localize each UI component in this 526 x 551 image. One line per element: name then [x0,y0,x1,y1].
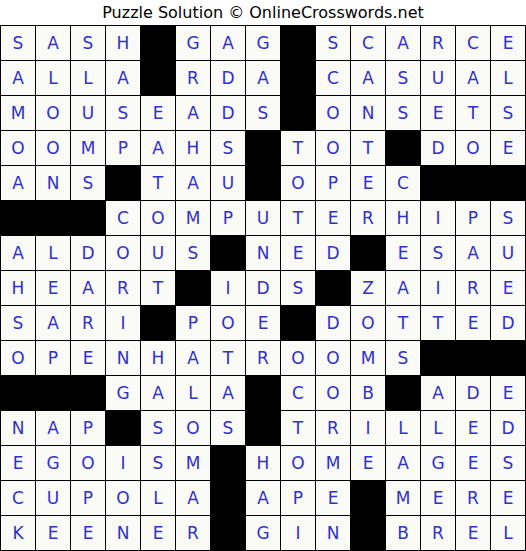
letter-cell: A [211,26,245,60]
letter-cell: S [106,96,140,130]
block-cell [281,96,315,130]
letter-cell: N [106,341,140,375]
letter-cell: O [281,166,315,200]
letter-cell: L [36,236,70,270]
letter-cell: D [211,96,245,130]
letter-cell: R [176,61,210,95]
letter-cell: E [421,96,455,130]
letter-cell: T [211,341,245,375]
block-cell [1,376,35,410]
letter-cell: E [456,411,490,445]
letter-cell: L [141,481,175,515]
letter-cell: R [316,411,350,445]
letter-cell: C [106,201,140,235]
letter-cell: S [386,96,420,130]
letter-cell: E [36,516,70,550]
letter-cell: G [176,26,210,60]
letter-cell: T [421,306,455,340]
letter-cell: O [316,376,350,410]
letter-cell: E [1,446,35,480]
letter-cell: H [106,26,140,60]
letter-cell: U [246,201,280,235]
letter-cell: N [246,236,280,270]
letter-cell: D [491,411,525,445]
block-cell [106,166,140,200]
letter-cell: T [351,131,385,165]
letter-cell: A [456,61,490,95]
letter-cell: O [316,341,350,375]
block-cell [36,201,70,235]
letter-cell: A [36,306,70,340]
letter-cell: U [421,61,455,95]
letter-cell: E [316,481,350,515]
letter-cell: C [456,26,490,60]
letter-cell: R [421,26,455,60]
letter-cell: E [141,516,175,550]
block-cell [246,376,280,410]
letter-cell: T [141,166,175,200]
letter-cell: U [491,236,525,270]
letter-cell: L [491,516,525,550]
letter-cell: O [36,96,70,130]
letter-cell: A [176,166,210,200]
letter-cell: S [421,236,455,270]
letter-cell: P [281,481,315,515]
letter-cell: N [106,516,140,550]
block-cell [316,271,350,305]
letter-cell: S [386,61,420,95]
letter-cell: E [71,516,105,550]
letter-cell: R [351,201,385,235]
letter-cell: D [246,271,280,305]
letter-cell: E [281,236,315,270]
letter-cell: A [456,236,490,270]
letter-cell: O [71,446,105,480]
letter-cell: O [456,131,490,165]
letter-cell: R [456,271,490,305]
letter-cell: P [176,306,210,340]
letter-cell: A [211,376,245,410]
letter-cell: A [246,61,280,95]
letter-cell: D [421,131,455,165]
letter-cell: R [456,481,490,515]
block-cell [421,166,455,200]
letter-cell: U [211,166,245,200]
letter-cell: O [316,96,350,130]
letter-cell: E [351,166,385,200]
block-cell [106,411,140,445]
letter-cell: E [456,446,490,480]
letter-cell: R [176,516,210,550]
letter-cell: S [141,446,175,480]
letter-cell: A [421,376,455,410]
letter-cell: T [281,411,315,445]
letter-cell: C [316,61,350,95]
letter-cell: G [246,516,280,550]
letter-cell: E [141,96,175,130]
block-cell [141,306,175,340]
letter-cell: L [386,411,420,445]
block-cell [1,201,35,235]
letter-cell: I [421,201,455,235]
letter-cell: E [36,271,70,305]
letter-cell: P [36,341,70,375]
block-cell [176,271,210,305]
letter-cell: O [176,411,210,445]
letter-cell: O [351,306,385,340]
letter-cell: R [106,271,140,305]
letter-cell: P [211,201,245,235]
letter-cell: M [176,201,210,235]
letter-cell: A [386,26,420,60]
letter-cell: A [351,61,385,95]
letter-cell: D [211,61,245,95]
letter-cell: P [71,411,105,445]
letter-cell: H [1,271,35,305]
letter-cell: N [36,166,70,200]
letter-cell: L [421,411,455,445]
letter-cell: C [1,481,35,515]
letter-cell: S [316,26,350,60]
letter-cell: Z [351,271,385,305]
block-cell [281,61,315,95]
letter-cell: A [176,341,210,375]
letter-cell: S [176,236,210,270]
letter-cell: S [71,166,105,200]
letter-cell: P [71,481,105,515]
letter-cell: H [386,201,420,235]
crossword-grid: SASHGAGSCARCEALLARDACASUALMOUSEADSONSETS… [0,25,526,551]
letter-cell: O [36,131,70,165]
letter-cell: M [386,481,420,515]
letter-cell: E [246,306,280,340]
block-cell [211,516,245,550]
letter-cell: O [1,341,35,375]
letter-cell: E [491,26,525,60]
letter-cell: G [421,446,455,480]
letter-cell: E [456,516,490,550]
letter-cell: A [141,131,175,165]
letter-cell: E [316,201,350,235]
letter-cell: R [71,306,105,340]
letter-cell: K [1,516,35,550]
letter-cell: B [351,376,385,410]
letter-cell: D [491,306,525,340]
letter-cell: A [176,96,210,130]
block-cell [246,411,280,445]
block-cell [71,376,105,410]
letter-cell: E [491,131,525,165]
block-cell [281,26,315,60]
letter-cell: A [176,481,210,515]
letter-cell: L [36,61,70,95]
letter-cell: E [491,376,525,410]
block-cell [456,341,490,375]
puzzle-solution-page: Puzzle Solution © OnlineCrosswords.net S… [0,0,526,551]
letter-cell: A [71,271,105,305]
letter-cell: T [141,271,175,305]
block-cell [211,236,245,270]
letter-cell: G [106,376,140,410]
letter-cell: T [456,96,490,130]
letter-cell: G [246,26,280,60]
letter-cell: I [281,516,315,550]
letter-cell: D [316,236,350,270]
letter-cell: S [141,411,175,445]
letter-cell: P [456,201,490,235]
block-cell [386,131,420,165]
block-cell [386,376,420,410]
letter-cell: G [36,446,70,480]
block-cell [421,341,455,375]
letter-cell: I [351,411,385,445]
block-cell [211,481,245,515]
block-cell [246,166,280,200]
letter-cell: H [246,446,280,480]
letter-cell: R [421,516,455,550]
letter-cell: A [246,481,280,515]
letter-cell: A [36,26,70,60]
letter-cell: E [71,341,105,375]
letter-cell: E [386,236,420,270]
letter-cell: U [71,96,105,130]
letter-cell: L [491,61,525,95]
letter-cell: U [36,481,70,515]
letter-cell: C [351,26,385,60]
letter-cell: M [1,96,35,130]
page-title: Puzzle Solution © OnlineCrosswords.net [0,0,526,25]
letter-cell: D [456,376,490,410]
block-cell [456,166,490,200]
letter-cell: A [1,236,35,270]
letter-cell: I [211,271,245,305]
letter-cell: P [316,166,350,200]
letter-cell: A [1,61,35,95]
letter-cell: E [491,271,525,305]
letter-cell: I [106,306,140,340]
letter-cell: S [1,306,35,340]
block-cell [351,516,385,550]
letter-cell: I [106,446,140,480]
letter-cell: O [106,236,140,270]
letter-cell: O [281,341,315,375]
letter-cell: M [316,446,350,480]
letter-cell: U [141,236,175,270]
letter-cell: M [71,131,105,165]
letter-cell: H [141,341,175,375]
letter-cell: E [456,306,490,340]
letter-cell: E [351,446,385,480]
letter-cell: O [1,131,35,165]
letter-cell: L [176,376,210,410]
letter-cell: B [386,516,420,550]
letter-cell: O [106,481,140,515]
letter-cell: S [491,96,525,130]
letter-cell: C [281,376,315,410]
block-cell [351,236,385,270]
block-cell [491,166,525,200]
letter-cell: A [106,61,140,95]
block-cell [71,201,105,235]
letter-cell: S [71,26,105,60]
letter-cell: N [1,411,35,445]
letter-cell: S [246,96,280,130]
letter-cell: S [386,341,420,375]
block-cell [141,26,175,60]
letter-cell: T [386,306,420,340]
letter-cell: S [281,271,315,305]
letter-cell: N [316,516,350,550]
block-cell [351,481,385,515]
letter-cell: O [316,131,350,165]
letter-cell: A [386,446,420,480]
letter-cell: O [141,201,175,235]
block-cell [246,131,280,165]
letter-cell: A [1,166,35,200]
letter-cell: T [281,131,315,165]
letter-cell: S [1,26,35,60]
letter-cell: D [316,306,350,340]
letter-cell: A [141,376,175,410]
block-cell [211,446,245,480]
letter-cell: M [176,446,210,480]
letter-cell: N [351,96,385,130]
letter-cell: A [36,411,70,445]
letter-cell: L [71,61,105,95]
block-cell [36,376,70,410]
block-cell [491,341,525,375]
letter-cell: E [421,481,455,515]
letter-cell: H [176,131,210,165]
letter-cell: S [491,446,525,480]
block-cell [141,61,175,95]
letter-cell: C [386,166,420,200]
letter-cell: O [281,446,315,480]
letter-cell: O [211,306,245,340]
letter-cell: S [211,411,245,445]
letter-cell: I [421,271,455,305]
letter-cell: P [106,131,140,165]
letter-cell: S [491,201,525,235]
letter-cell: T [281,201,315,235]
letter-cell: M [351,341,385,375]
letter-cell: S [211,131,245,165]
letter-cell: R [246,341,280,375]
letter-cell: D [71,236,105,270]
letter-cell: E [491,481,525,515]
block-cell [281,306,315,340]
letter-cell: A [386,271,420,305]
